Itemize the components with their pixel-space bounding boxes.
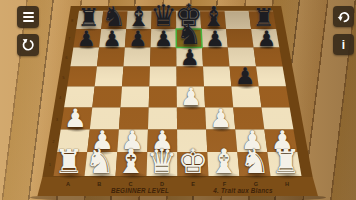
square-g8[interactable]	[225, 11, 252, 29]
piece-white-rook-h1[interactable]: ♜	[271, 145, 301, 178]
square-d4[interactable]	[149, 87, 177, 108]
piece-white-queen-d1[interactable]: ♛	[147, 144, 177, 178]
piece-white-knight-g1[interactable]: ♞	[240, 144, 270, 178]
piece-black-pawn-a7[interactable]: ♟	[77, 28, 96, 49]
square-h4[interactable]	[259, 87, 290, 108]
square-d5[interactable]	[149, 67, 176, 87]
piece-black-pawn-f7[interactable]: ♟	[205, 28, 224, 49]
square-f5[interactable]	[203, 67, 231, 87]
hamburger-icon	[23, 12, 34, 23]
piece-white-bishop-c1[interactable]: ♝	[116, 144, 146, 178]
piece-black-pawn-b7[interactable]: ♟	[102, 28, 121, 49]
menu-button[interactable]	[17, 6, 39, 28]
piece-white-pawn-e4[interactable]: ♟	[180, 85, 202, 109]
info-button[interactable]: i	[333, 34, 354, 55]
square-b4[interactable]	[92, 87, 122, 108]
piece-black-pawn-h7[interactable]: ♟	[257, 28, 276, 49]
file-label-E: E	[191, 181, 195, 187]
piece-black-pawn-g5[interactable]: ♟	[235, 65, 256, 88]
piece-black-pawn-c7[interactable]: ♟	[128, 28, 147, 49]
piece-black-pawn-d7[interactable]: ♟	[154, 28, 173, 49]
piece-black-pawn-e6[interactable]: ♟	[180, 46, 200, 68]
new-game-button[interactable]	[17, 34, 39, 56]
piece-white-bishop-f1[interactable]: ♝	[209, 144, 239, 178]
file-label-B: B	[97, 181, 101, 187]
square-h5[interactable]	[256, 67, 286, 87]
undo-icon	[337, 10, 351, 24]
file-label-A: A	[66, 181, 70, 187]
file-label-H: H	[285, 181, 289, 187]
piece-white-rook-a1[interactable]: ♜	[54, 145, 84, 178]
square-b5[interactable]	[95, 67, 124, 87]
move-indicator: 4. Trait aux Blancs	[213, 187, 272, 194]
piece-white-pawn-a3[interactable]: ♟	[64, 106, 87, 131]
piece-white-pawn-f3[interactable]: ♟	[209, 106, 232, 131]
piece-white-knight-b1[interactable]: ♞	[85, 144, 115, 178]
square-c5[interactable]	[122, 67, 150, 87]
square-c4[interactable]	[120, 87, 149, 108]
chess-app-screen: ABCDEFGH87654321 ♜♞♝♛♚♝♜♟♟♟♟♞♟♟♟♟♟♟♟♟♟♟♟…	[0, 0, 356, 200]
piece-white-king-e1[interactable]: ♚	[178, 144, 208, 178]
square-a5[interactable]	[67, 67, 97, 87]
square-g4[interactable]	[231, 87, 261, 108]
undo-button[interactable]	[333, 6, 354, 27]
square-g7[interactable]	[226, 29, 253, 48]
restart-icon	[21, 38, 35, 52]
difficulty-label: BEGINNER LEVEL	[111, 187, 169, 194]
info-icon: i	[342, 39, 345, 51]
